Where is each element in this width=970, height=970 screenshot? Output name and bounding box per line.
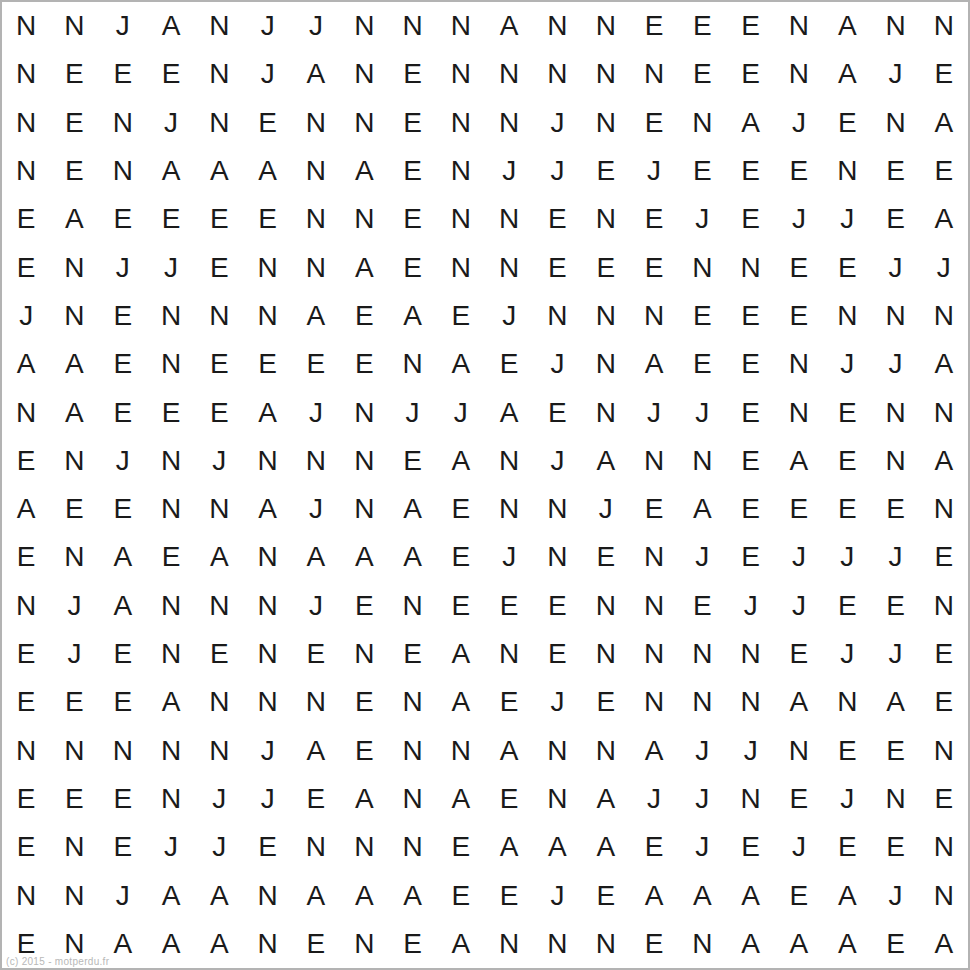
grid-cell[interactable]: A (823, 871, 871, 919)
grid-cell[interactable]: E (678, 292, 726, 340)
grid-cell[interactable]: J (823, 775, 871, 823)
grid-cell[interactable]: E (871, 147, 919, 195)
grid-cell[interactable]: E (2, 678, 50, 726)
grid-cell[interactable]: J (243, 2, 291, 50)
grid-cell[interactable]: E (678, 340, 726, 388)
grid-cell[interactable]: N (340, 99, 388, 147)
grid-cell[interactable]: E (775, 630, 823, 678)
grid-cell[interactable]: A (485, 388, 533, 436)
grid-cell[interactable]: N (533, 50, 581, 98)
grid-cell[interactable]: N (388, 726, 436, 774)
grid-cell[interactable]: J (485, 292, 533, 340)
grid-cell[interactable]: E (823, 99, 871, 147)
grid-cell[interactable]: E (726, 340, 774, 388)
grid-cell[interactable]: J (437, 388, 485, 436)
grid-cell[interactable]: N (292, 147, 340, 195)
grid-cell[interactable]: E (437, 823, 485, 871)
grid-cell[interactable]: J (533, 871, 581, 919)
grid-cell[interactable]: N (340, 195, 388, 243)
grid-cell[interactable]: N (99, 147, 147, 195)
grid-cell[interactable]: N (920, 388, 968, 436)
grid-cell[interactable]: N (340, 388, 388, 436)
grid-cell[interactable]: N (340, 437, 388, 485)
grid-cell[interactable]: E (823, 388, 871, 436)
grid-cell[interactable]: N (195, 2, 243, 50)
grid-cell[interactable]: N (437, 50, 485, 98)
grid-cell[interactable]: N (340, 485, 388, 533)
grid-cell[interactable]: N (147, 582, 195, 630)
grid-cell[interactable]: E (195, 340, 243, 388)
grid-cell[interactable]: A (582, 437, 630, 485)
grid-cell[interactable]: J (871, 340, 919, 388)
grid-cell[interactable]: E (582, 147, 630, 195)
grid-cell[interactable]: N (630, 50, 678, 98)
grid-cell[interactable]: J (630, 388, 678, 436)
grid-cell[interactable]: J (630, 147, 678, 195)
grid-cell[interactable]: A (437, 678, 485, 726)
grid-cell[interactable]: E (292, 775, 340, 823)
grid-cell[interactable]: N (582, 582, 630, 630)
grid-cell[interactable]: E (533, 195, 581, 243)
grid-cell[interactable]: N (533, 775, 581, 823)
grid-cell[interactable]: A (775, 437, 823, 485)
grid-cell[interactable]: E (50, 485, 98, 533)
grid-cell[interactable]: A (630, 726, 678, 774)
grid-cell[interactable]: N (871, 437, 919, 485)
grid-cell[interactable]: J (243, 775, 291, 823)
grid-cell[interactable]: N (2, 726, 50, 774)
grid-cell[interactable]: N (726, 678, 774, 726)
grid-cell[interactable]: N (195, 678, 243, 726)
grid-cell[interactable]: E (775, 292, 823, 340)
grid-cell[interactable]: E (340, 340, 388, 388)
grid-cell[interactable]: A (823, 50, 871, 98)
grid-cell[interactable]: J (775, 582, 823, 630)
grid-cell[interactable]: J (195, 775, 243, 823)
grid-cell[interactable]: N (99, 99, 147, 147)
grid-cell[interactable]: N (726, 775, 774, 823)
grid-cell[interactable]: N (871, 292, 919, 340)
grid-cell[interactable]: N (485, 99, 533, 147)
grid-cell[interactable]: N (533, 292, 581, 340)
grid-cell[interactable]: J (292, 2, 340, 50)
grid-cell[interactable]: N (582, 195, 630, 243)
grid-cell[interactable]: A (147, 147, 195, 195)
grid-cell[interactable]: A (99, 920, 147, 968)
grid-cell[interactable]: E (243, 823, 291, 871)
grid-cell[interactable]: J (99, 871, 147, 919)
grid-cell[interactable]: A (485, 726, 533, 774)
grid-cell[interactable]: N (243, 292, 291, 340)
grid-cell[interactable]: A (243, 388, 291, 436)
grid-cell[interactable]: E (99, 340, 147, 388)
grid-cell[interactable]: N (147, 630, 195, 678)
grid-cell[interactable]: E (99, 678, 147, 726)
grid-cell[interactable]: N (533, 920, 581, 968)
grid-cell[interactable]: N (871, 388, 919, 436)
grid-cell[interactable]: E (920, 630, 968, 678)
grid-cell[interactable]: E (437, 292, 485, 340)
grid-cell[interactable]: A (388, 485, 436, 533)
grid-cell[interactable]: E (630, 2, 678, 50)
grid-cell[interactable]: E (340, 678, 388, 726)
grid-cell[interactable]: J (243, 50, 291, 98)
grid-cell[interactable]: N (147, 485, 195, 533)
grid-cell[interactable]: A (920, 340, 968, 388)
grid-cell[interactable]: N (678, 99, 726, 147)
grid-cell[interactable]: N (582, 99, 630, 147)
grid-cell[interactable]: E (99, 485, 147, 533)
grid-cell[interactable]: A (243, 485, 291, 533)
grid-cell[interactable]: E (485, 582, 533, 630)
grid-cell[interactable]: E (582, 533, 630, 581)
grid-cell[interactable]: A (485, 2, 533, 50)
grid-cell[interactable]: N (147, 775, 195, 823)
grid-cell[interactable]: N (920, 292, 968, 340)
grid-cell[interactable]: A (726, 99, 774, 147)
grid-cell[interactable]: E (630, 195, 678, 243)
grid-cell[interactable]: N (437, 726, 485, 774)
grid-cell[interactable]: E (388, 437, 436, 485)
grid-cell[interactable]: J (99, 437, 147, 485)
grid-cell[interactable]: N (678, 920, 726, 968)
grid-cell[interactable]: N (147, 437, 195, 485)
grid-cell[interactable]: E (678, 2, 726, 50)
grid-cell[interactable]: A (50, 195, 98, 243)
grid-cell[interactable]: N (485, 243, 533, 291)
grid-cell[interactable]: N (582, 726, 630, 774)
grid-cell[interactable]: J (678, 823, 726, 871)
grid-cell[interactable]: A (920, 437, 968, 485)
grid-cell[interactable]: E (2, 243, 50, 291)
grid-cell[interactable]: A (630, 340, 678, 388)
grid-cell[interactable]: N (630, 437, 678, 485)
grid-cell[interactable]: N (920, 2, 968, 50)
grid-cell[interactable]: A (195, 871, 243, 919)
grid-cell[interactable]: J (871, 243, 919, 291)
grid-cell[interactable]: N (388, 2, 436, 50)
grid-cell[interactable]: J (823, 533, 871, 581)
grid-cell[interactable]: N (99, 726, 147, 774)
grid-cell[interactable]: A (2, 485, 50, 533)
grid-cell[interactable]: E (775, 243, 823, 291)
grid-cell[interactable]: N (726, 243, 774, 291)
grid-cell[interactable]: E (920, 533, 968, 581)
grid-cell[interactable]: A (726, 871, 774, 919)
grid-cell[interactable]: J (147, 99, 195, 147)
grid-cell[interactable]: N (243, 437, 291, 485)
grid-cell[interactable]: N (533, 726, 581, 774)
grid-cell[interactable]: J (292, 485, 340, 533)
grid-cell[interactable]: A (582, 823, 630, 871)
grid-cell[interactable]: E (726, 2, 774, 50)
grid-cell[interactable]: E (630, 485, 678, 533)
grid-cell[interactable]: A (388, 533, 436, 581)
grid-cell[interactable]: J (243, 726, 291, 774)
grid-cell[interactable]: E (823, 582, 871, 630)
grid-cell[interactable]: A (678, 871, 726, 919)
grid-cell[interactable]: E (678, 582, 726, 630)
grid-cell[interactable]: A (195, 533, 243, 581)
grid-cell[interactable]: N (920, 871, 968, 919)
grid-cell[interactable]: A (437, 920, 485, 968)
grid-cell[interactable]: N (50, 437, 98, 485)
grid-cell[interactable]: A (147, 871, 195, 919)
grid-cell[interactable]: J (99, 2, 147, 50)
grid-cell[interactable]: E (871, 823, 919, 871)
grid-cell[interactable]: N (678, 630, 726, 678)
grid-cell[interactable]: A (920, 920, 968, 968)
grid-cell[interactable]: N (630, 533, 678, 581)
grid-cell[interactable]: E (292, 630, 340, 678)
grid-cell[interactable]: J (775, 195, 823, 243)
grid-cell[interactable]: A (920, 99, 968, 147)
grid-cell[interactable]: N (292, 99, 340, 147)
grid-cell[interactable]: E (533, 582, 581, 630)
grid-cell[interactable]: E (920, 678, 968, 726)
grid-cell[interactable]: E (775, 775, 823, 823)
grid-cell[interactable]: E (533, 388, 581, 436)
grid-cell[interactable]: N (582, 388, 630, 436)
grid-cell[interactable]: E (243, 340, 291, 388)
grid-cell[interactable]: N (630, 630, 678, 678)
grid-cell[interactable]: E (630, 920, 678, 968)
grid-cell[interactable]: N (485, 920, 533, 968)
grid-cell[interactable]: E (147, 195, 195, 243)
grid-cell[interactable]: E (147, 388, 195, 436)
grid-cell[interactable]: N (920, 823, 968, 871)
grid-cell[interactable]: A (485, 823, 533, 871)
grid-cell[interactable]: E (678, 50, 726, 98)
grid-cell[interactable]: E (630, 823, 678, 871)
grid-cell[interactable]: E (50, 50, 98, 98)
grid-cell[interactable]: E (582, 678, 630, 726)
grid-cell[interactable]: J (775, 533, 823, 581)
grid-cell[interactable]: E (340, 292, 388, 340)
grid-cell[interactable]: N (340, 630, 388, 678)
grid-cell[interactable]: E (726, 388, 774, 436)
grid-cell[interactable]: E (485, 340, 533, 388)
grid-cell[interactable]: N (50, 243, 98, 291)
grid-cell[interactable]: A (292, 533, 340, 581)
grid-cell[interactable]: E (2, 195, 50, 243)
grid-cell[interactable]: A (340, 147, 388, 195)
grid-cell[interactable]: E (437, 485, 485, 533)
grid-cell[interactable]: E (823, 485, 871, 533)
grid-cell[interactable]: E (2, 437, 50, 485)
grid-cell[interactable]: J (195, 823, 243, 871)
grid-cell[interactable]: A (147, 2, 195, 50)
grid-cell[interactable]: N (630, 678, 678, 726)
grid-cell[interactable]: E (340, 726, 388, 774)
grid-cell[interactable]: N (292, 243, 340, 291)
grid-cell[interactable]: N (243, 243, 291, 291)
grid-cell[interactable]: E (630, 99, 678, 147)
grid-cell[interactable]: N (2, 147, 50, 195)
grid-cell[interactable]: A (582, 775, 630, 823)
grid-cell[interactable]: J (533, 437, 581, 485)
grid-cell[interactable]: A (775, 920, 823, 968)
grid-cell[interactable]: J (99, 243, 147, 291)
grid-cell[interactable]: E (388, 630, 436, 678)
grid-cell[interactable]: N (50, 920, 98, 968)
grid-cell[interactable]: N (437, 147, 485, 195)
grid-cell[interactable]: J (50, 630, 98, 678)
grid-cell[interactable]: E (99, 292, 147, 340)
grid-cell[interactable]: N (2, 2, 50, 50)
grid-cell[interactable]: N (50, 292, 98, 340)
grid-cell[interactable]: A (147, 678, 195, 726)
grid-cell[interactable]: E (195, 243, 243, 291)
grid-cell[interactable]: N (437, 195, 485, 243)
grid-cell[interactable]: J (533, 147, 581, 195)
grid-cell[interactable]: A (437, 630, 485, 678)
grid-cell[interactable]: A (533, 823, 581, 871)
grid-cell[interactable]: J (678, 195, 726, 243)
grid-cell[interactable]: A (147, 920, 195, 968)
grid-cell[interactable]: N (775, 2, 823, 50)
grid-cell[interactable]: A (292, 871, 340, 919)
grid-cell[interactable]: A (630, 871, 678, 919)
grid-cell[interactable]: J (678, 726, 726, 774)
grid-cell[interactable]: N (533, 533, 581, 581)
grid-cell[interactable]: N (582, 2, 630, 50)
grid-cell[interactable]: J (533, 678, 581, 726)
grid-cell[interactable]: J (726, 726, 774, 774)
grid-cell[interactable]: A (292, 50, 340, 98)
grid-cell[interactable]: N (292, 437, 340, 485)
grid-cell[interactable]: N (388, 582, 436, 630)
grid-cell[interactable]: J (871, 630, 919, 678)
grid-cell[interactable]: N (340, 920, 388, 968)
grid-cell[interactable]: N (775, 340, 823, 388)
grid-cell[interactable]: J (775, 823, 823, 871)
grid-cell[interactable]: J (871, 50, 919, 98)
grid-cell[interactable]: N (582, 340, 630, 388)
grid-cell[interactable]: N (243, 582, 291, 630)
grid-cell[interactable]: E (630, 243, 678, 291)
grid-cell[interactable]: E (533, 243, 581, 291)
grid-cell[interactable]: N (582, 292, 630, 340)
grid-cell[interactable]: N (871, 99, 919, 147)
grid-cell[interactable]: E (533, 630, 581, 678)
grid-cell[interactable]: N (340, 823, 388, 871)
grid-cell[interactable]: J (292, 388, 340, 436)
grid-cell[interactable]: A (292, 292, 340, 340)
grid-cell[interactable]: A (195, 147, 243, 195)
grid-cell[interactable]: E (243, 195, 291, 243)
grid-cell[interactable]: J (388, 388, 436, 436)
grid-cell[interactable]: N (340, 2, 388, 50)
grid-cell[interactable]: J (2, 292, 50, 340)
grid-cell[interactable]: N (485, 50, 533, 98)
grid-cell[interactable]: E (775, 485, 823, 533)
grid-cell[interactable]: A (50, 388, 98, 436)
grid-cell[interactable]: J (485, 533, 533, 581)
grid-cell[interactable]: A (437, 437, 485, 485)
grid-cell[interactable]: J (50, 582, 98, 630)
grid-cell[interactable]: A (195, 920, 243, 968)
grid-cell[interactable]: N (50, 823, 98, 871)
grid-cell[interactable]: E (775, 147, 823, 195)
grid-cell[interactable]: N (292, 823, 340, 871)
grid-cell[interactable]: E (292, 340, 340, 388)
grid-cell[interactable]: E (582, 243, 630, 291)
grid-cell[interactable]: E (726, 292, 774, 340)
grid-cell[interactable]: E (388, 50, 436, 98)
grid-cell[interactable]: A (437, 775, 485, 823)
grid-cell[interactable]: N (678, 437, 726, 485)
grid-cell[interactable]: E (195, 388, 243, 436)
grid-cell[interactable]: N (871, 775, 919, 823)
grid-cell[interactable]: A (340, 533, 388, 581)
grid-cell[interactable]: J (195, 437, 243, 485)
grid-cell[interactable]: N (243, 871, 291, 919)
grid-cell[interactable]: N (388, 678, 436, 726)
grid-cell[interactable]: A (823, 2, 871, 50)
grid-cell[interactable]: N (823, 678, 871, 726)
grid-cell[interactable]: N (485, 437, 533, 485)
grid-cell[interactable]: N (775, 50, 823, 98)
grid-cell[interactable]: N (195, 582, 243, 630)
grid-cell[interactable]: A (388, 292, 436, 340)
grid-cell[interactable]: E (388, 920, 436, 968)
grid-cell[interactable]: E (388, 147, 436, 195)
grid-cell[interactable]: N (582, 50, 630, 98)
grid-cell[interactable]: J (678, 775, 726, 823)
grid-cell[interactable]: E (437, 533, 485, 581)
grid-cell[interactable]: E (871, 920, 919, 968)
grid-cell[interactable]: J (775, 99, 823, 147)
grid-cell[interactable]: E (147, 533, 195, 581)
grid-cell[interactable]: E (147, 50, 195, 98)
grid-cell[interactable]: E (920, 147, 968, 195)
grid-cell[interactable]: J (726, 582, 774, 630)
grid-cell[interactable]: E (871, 195, 919, 243)
grid-cell[interactable]: A (920, 195, 968, 243)
grid-cell[interactable]: N (775, 388, 823, 436)
grid-cell[interactable]: E (388, 195, 436, 243)
grid-cell[interactable]: E (823, 726, 871, 774)
grid-cell[interactable]: E (2, 920, 50, 968)
grid-cell[interactable]: E (388, 243, 436, 291)
grid-cell[interactable]: J (582, 485, 630, 533)
grid-cell[interactable]: A (99, 582, 147, 630)
grid-cell[interactable]: N (50, 533, 98, 581)
grid-cell[interactable]: N (437, 2, 485, 50)
grid-cell[interactable]: E (340, 582, 388, 630)
grid-cell[interactable]: N (920, 726, 968, 774)
grid-cell[interactable]: N (920, 582, 968, 630)
grid-cell[interactable]: N (630, 582, 678, 630)
grid-cell[interactable]: N (195, 50, 243, 98)
grid-cell[interactable]: N (533, 485, 581, 533)
grid-cell[interactable]: A (340, 871, 388, 919)
grid-cell[interactable]: E (775, 871, 823, 919)
grid-cell[interactable]: N (388, 823, 436, 871)
grid-cell[interactable]: N (147, 726, 195, 774)
grid-cell[interactable]: N (340, 50, 388, 98)
grid-cell[interactable]: J (485, 147, 533, 195)
grid-cell[interactable]: N (2, 50, 50, 98)
grid-cell[interactable]: E (437, 582, 485, 630)
grid-cell[interactable]: N (147, 292, 195, 340)
grid-cell[interactable]: E (50, 99, 98, 147)
grid-cell[interactable]: E (920, 775, 968, 823)
grid-cell[interactable]: E (388, 99, 436, 147)
grid-cell[interactable]: A (726, 920, 774, 968)
grid-cell[interactable]: J (533, 340, 581, 388)
